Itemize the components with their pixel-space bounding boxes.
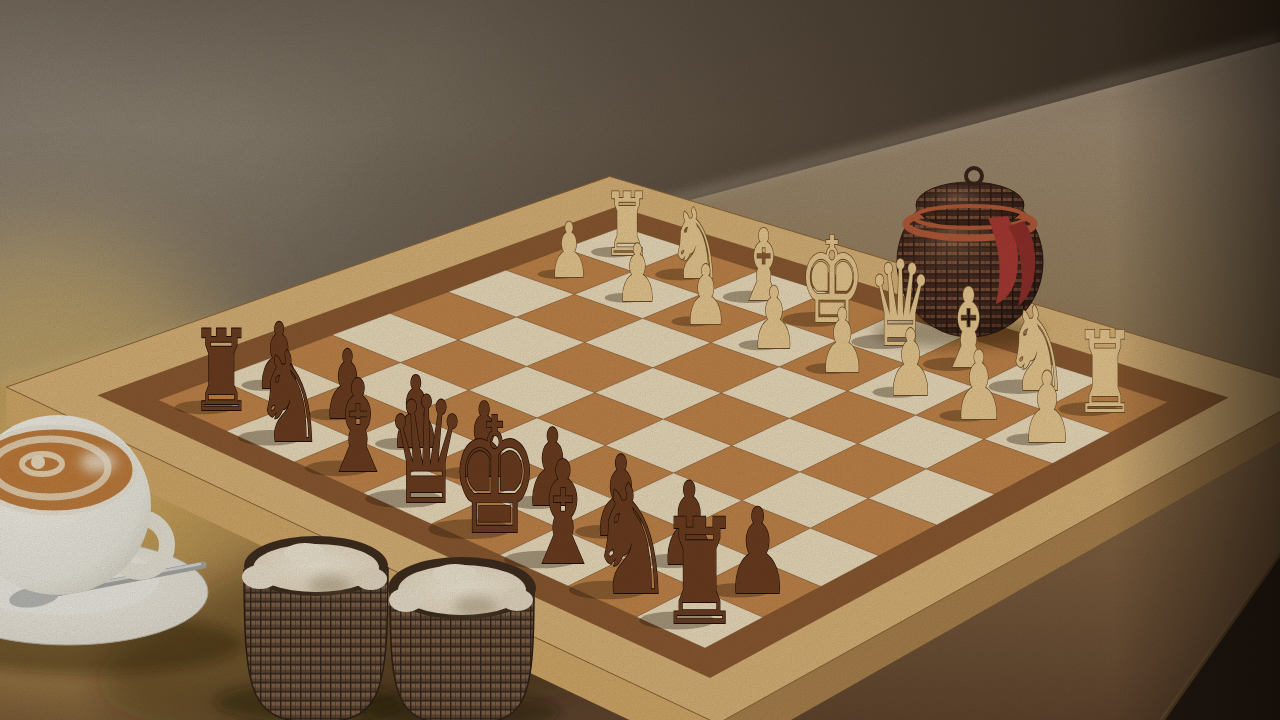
- scene: ♜♟♞♝♟♚♟♛♟♝♟♟♞♟♜♜♟♟♞♟♟♝♟♛♟♚♟♝♟♞♟♜: [0, 0, 1280, 720]
- film-grain: [0, 0, 1280, 720]
- scene-image: ♜♟♞♝♟♚♟♛♟♝♟♟♞♟♜♜♟♟♞♟♟♝♟♛♟♚♟♝♟♞♟♜: [0, 0, 1280, 720]
